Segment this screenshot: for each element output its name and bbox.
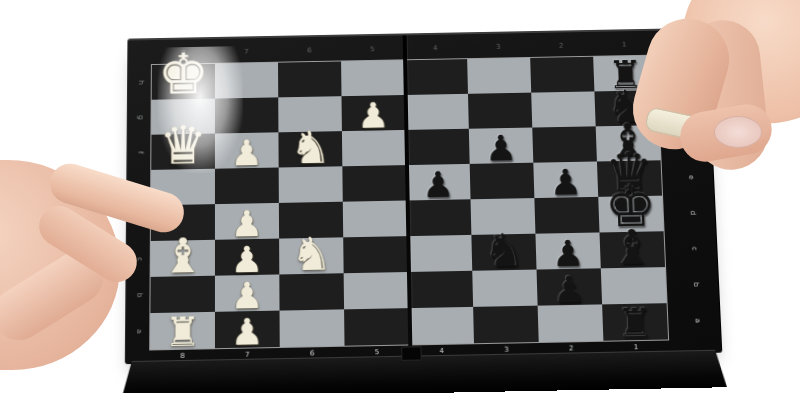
right-thumb-nail (714, 116, 762, 148)
board-hinge (401, 346, 422, 361)
square-d7: ♟ (533, 161, 598, 198)
square-g5 (408, 271, 473, 308)
white-knight-c3: ♞ (290, 125, 331, 171)
coord-label: d (675, 207, 711, 220)
square-g6 (472, 270, 537, 307)
white-pawn-b4: ♟ (357, 98, 389, 134)
coord-label: 8 (152, 48, 215, 59)
coord-label: c (122, 253, 158, 266)
square-c3: ♞ (278, 131, 342, 167)
coord-label: a (121, 325, 157, 338)
square-a7 (530, 57, 594, 93)
coord-label: 6 (280, 349, 345, 362)
coord-label: e (122, 182, 158, 194)
square-d8: ♛ (597, 160, 662, 197)
square-g7: ♟ (537, 268, 603, 305)
square-f7: ♟ (535, 232, 600, 269)
black-knight-f6: ♞ (483, 227, 526, 274)
square-d6 (470, 163, 535, 200)
square-h3 (280, 309, 345, 347)
square-c2: ♟ (215, 132, 279, 168)
coord-label: 2 (530, 41, 593, 52)
square-b8: ♞ (594, 90, 659, 126)
coord-label: h (668, 66, 704, 78)
photo-stage: ♚♜♟♞♛♟♞♟♝♟♟♛♟♚♝♟♞♞♟♝♟♟♜♟♜ 87654321 87654… (0, 0, 800, 393)
coord-label: 1 (604, 343, 669, 356)
coord-label: 2 (539, 344, 604, 357)
coord-label: 6 (278, 46, 341, 57)
coord-label: a (679, 314, 716, 327)
square-b6 (468, 93, 532, 129)
coord-label: c (676, 242, 713, 255)
square-a2 (215, 63, 278, 99)
coord-label: e (673, 171, 709, 183)
square-h5 (409, 307, 474, 345)
chess-board-frame: ♚♜♟♞♛♟♞♟♝♟♟♛♟♚♝♟♞♞♟♝♟♟♜♟♜ 87654321 87654… (125, 28, 723, 364)
black-knight-b8: ♞ (605, 84, 648, 129)
square-f8: ♝ (600, 231, 666, 268)
square-e7 (534, 197, 599, 234)
coord-label: 7 (215, 47, 278, 58)
white-pawn-g2: ♟ (231, 278, 264, 315)
square-c1: ♛ (151, 134, 215, 170)
square-h2: ♟ (215, 311, 280, 349)
square-d4 (342, 165, 406, 202)
square-e5 (407, 199, 472, 236)
coord-label: 7 (215, 350, 280, 363)
square-g8 (601, 267, 667, 304)
square-b5 (405, 94, 469, 130)
left-thumb (0, 242, 113, 350)
black-rook-a8: ♜ (607, 55, 644, 94)
white-pawn-h2: ♟ (231, 314, 264, 351)
square-g1 (150, 276, 215, 313)
square-c8: ♝ (596, 125, 661, 161)
square-g2: ♟ (215, 274, 280, 311)
coord-label: 1 (593, 40, 656, 51)
white-pawn-e2: ♟ (231, 206, 263, 242)
white-pawn-c2: ♟ (231, 136, 263, 172)
square-f6: ♞ (471, 234, 536, 271)
square-h7 (538, 304, 604, 342)
black-pawn-d5: ♟ (422, 167, 455, 203)
black-pawn-c6: ♟ (485, 131, 518, 167)
coord-label: b (121, 289, 157, 302)
square-b1 (151, 99, 215, 135)
white-pawn-f2: ♟ (231, 242, 264, 279)
black-pawn-g7: ♟ (553, 272, 587, 309)
coord-label: g (670, 101, 706, 113)
coord-label: 5 (345, 348, 410, 361)
left-palm (0, 160, 120, 370)
coord-label: g (123, 111, 159, 123)
square-b3 (278, 96, 342, 132)
white-rook-h1: ♜ (164, 311, 200, 352)
square-f3: ♞ (279, 237, 344, 274)
square-b2 (215, 97, 278, 133)
coord-label: 3 (467, 43, 530, 54)
coord-label: 4 (404, 44, 467, 55)
square-f4 (343, 236, 408, 273)
square-a6 (467, 58, 531, 94)
square-f2: ♟ (215, 239, 279, 276)
square-e3 (279, 202, 343, 239)
coord-label: f (122, 146, 158, 158)
square-g3 (279, 273, 344, 310)
coord-label: 3 (474, 345, 539, 358)
square-a5 (404, 59, 468, 95)
coord-label: h (123, 76, 159, 88)
coord-label: d (122, 217, 158, 230)
square-f1: ♝ (151, 240, 215, 277)
square-d2 (215, 168, 279, 205)
square-a4 (341, 60, 405, 96)
square-e4 (343, 200, 408, 237)
coord-label: f (671, 136, 707, 148)
square-e1 (151, 204, 215, 241)
black-rook-h8: ♜ (616, 302, 654, 343)
square-b7 (531, 91, 595, 127)
coord-label: 8 (150, 351, 215, 364)
square-b4: ♟ (341, 95, 405, 131)
square-e8: ♚ (598, 196, 663, 233)
square-g4 (344, 272, 409, 309)
square-a1: ♚ (152, 64, 215, 100)
square-h1: ♜ (150, 312, 215, 350)
square-e2: ♟ (215, 203, 279, 240)
square-h8: ♜ (602, 303, 668, 341)
frame-right-file-letters: hgfedcba (680, 55, 705, 339)
white-knight-f3: ♞ (290, 231, 332, 278)
coord-label: 5 (341, 45, 404, 56)
square-h4 (344, 308, 409, 346)
square-c7 (532, 126, 597, 162)
square-a3 (278, 61, 341, 97)
black-pawn-f7: ♟ (551, 236, 585, 272)
square-h6 (473, 306, 539, 344)
square-d3 (279, 166, 343, 203)
square-c6: ♟ (469, 128, 533, 164)
square-a8: ♜ (593, 56, 657, 92)
square-e6 (471, 198, 536, 235)
square-c5 (405, 129, 469, 165)
square-f5 (407, 235, 472, 272)
square-d1 (151, 169, 215, 206)
frame-left-file-letters: hgfedcba (133, 65, 147, 350)
square-c4 (342, 130, 406, 166)
square-d5: ♟ (406, 164, 471, 201)
black-pawn-d7: ♟ (549, 165, 582, 201)
coord-label: b (678, 278, 715, 291)
